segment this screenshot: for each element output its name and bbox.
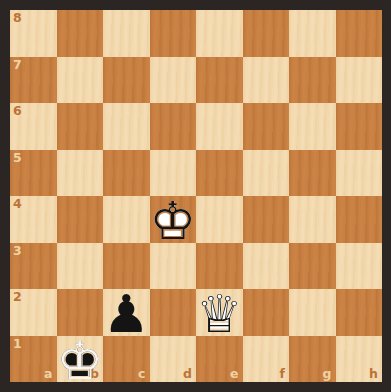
- square-g1[interactable]: g: [289, 336, 336, 383]
- file-label-g: g: [323, 368, 332, 381]
- square-a5[interactable]: 5: [10, 150, 57, 197]
- square-a6[interactable]: 6: [10, 103, 57, 150]
- square-c8[interactable]: [103, 10, 150, 57]
- square-e8[interactable]: [196, 10, 243, 57]
- square-a1[interactable]: 1a: [10, 336, 57, 383]
- file-label-h: h: [369, 368, 378, 381]
- rank-label-4: 4: [13, 198, 22, 211]
- square-h3[interactable]: [336, 243, 383, 290]
- square-g8[interactable]: [289, 10, 336, 57]
- rank-label-7: 7: [13, 59, 22, 72]
- square-c7[interactable]: [103, 57, 150, 104]
- square-d4[interactable]: ♚♔: [150, 196, 197, 243]
- square-g3[interactable]: [289, 243, 336, 290]
- board-frame: 87654♚♔32♟♛♕1ab♚♔cdefgh: [0, 0, 391, 392]
- file-label-f: f: [280, 368, 285, 381]
- square-b4[interactable]: [57, 196, 104, 243]
- square-h1[interactable]: h: [336, 336, 383, 383]
- square-a2[interactable]: 2: [10, 289, 57, 336]
- square-g7[interactable]: [289, 57, 336, 104]
- black-pawn[interactable]: ♟: [103, 289, 150, 336]
- square-d2[interactable]: [150, 289, 197, 336]
- rank-label-6: 6: [13, 105, 22, 118]
- chess-board: 87654♚♔32♟♛♕1ab♚♔cdefgh: [10, 10, 382, 382]
- square-f1[interactable]: f: [243, 336, 290, 383]
- square-d6[interactable]: [150, 103, 197, 150]
- square-h7[interactable]: [336, 57, 383, 104]
- square-b2[interactable]: [57, 289, 104, 336]
- square-f8[interactable]: [243, 10, 290, 57]
- square-g5[interactable]: [289, 150, 336, 197]
- square-b5[interactable]: [57, 150, 104, 197]
- square-b6[interactable]: [57, 103, 104, 150]
- square-e6[interactable]: [196, 103, 243, 150]
- rank-label-8: 8: [13, 12, 22, 25]
- square-e7[interactable]: [196, 57, 243, 104]
- square-f4[interactable]: [243, 196, 290, 243]
- square-f6[interactable]: [243, 103, 290, 150]
- black-pawn-glyph: ♟: [103, 291, 150, 338]
- white-queen-outline-glyph: ♕: [196, 291, 243, 338]
- square-c6[interactable]: [103, 103, 150, 150]
- square-e3[interactable]: [196, 243, 243, 290]
- square-g4[interactable]: [289, 196, 336, 243]
- square-h8[interactable]: [336, 10, 383, 57]
- square-b1[interactable]: b♚♔: [57, 336, 104, 383]
- square-e5[interactable]: [196, 150, 243, 197]
- file-label-a: a: [44, 368, 52, 381]
- black-king[interactable]: ♚♔: [57, 336, 104, 383]
- square-g2[interactable]: [289, 289, 336, 336]
- square-d7[interactable]: [150, 57, 197, 104]
- square-f3[interactable]: [243, 243, 290, 290]
- square-b8[interactable]: [57, 10, 104, 57]
- square-f2[interactable]: [243, 289, 290, 336]
- white-queen[interactable]: ♛♕: [196, 289, 243, 336]
- file-label-d: d: [183, 368, 192, 381]
- white-king[interactable]: ♚♔: [150, 196, 197, 243]
- square-f5[interactable]: [243, 150, 290, 197]
- file-label-c: c: [138, 368, 145, 381]
- rank-label-3: 3: [13, 245, 22, 258]
- square-h6[interactable]: [336, 103, 383, 150]
- black-king-outline-glyph: ♔: [57, 338, 104, 385]
- square-c3[interactable]: [103, 243, 150, 290]
- square-a4[interactable]: 4: [10, 196, 57, 243]
- square-d8[interactable]: [150, 10, 197, 57]
- square-e4[interactable]: [196, 196, 243, 243]
- square-d5[interactable]: [150, 150, 197, 197]
- rank-label-2: 2: [13, 291, 22, 304]
- square-d1[interactable]: d: [150, 336, 197, 383]
- square-c5[interactable]: [103, 150, 150, 197]
- square-c2[interactable]: ♟: [103, 289, 150, 336]
- square-e2[interactable]: ♛♕: [196, 289, 243, 336]
- square-b7[interactable]: [57, 57, 104, 104]
- square-g6[interactable]: [289, 103, 336, 150]
- square-h2[interactable]: [336, 289, 383, 336]
- square-a8[interactable]: 8: [10, 10, 57, 57]
- square-c4[interactable]: [103, 196, 150, 243]
- rank-label-5: 5: [13, 152, 22, 165]
- square-h4[interactable]: [336, 196, 383, 243]
- white-king-outline-glyph: ♔: [150, 198, 197, 245]
- square-b3[interactable]: [57, 243, 104, 290]
- square-a3[interactable]: 3: [10, 243, 57, 290]
- rank-label-1: 1: [13, 338, 22, 351]
- square-f7[interactable]: [243, 57, 290, 104]
- file-label-e: e: [230, 368, 238, 381]
- square-h5[interactable]: [336, 150, 383, 197]
- square-a7[interactable]: 7: [10, 57, 57, 104]
